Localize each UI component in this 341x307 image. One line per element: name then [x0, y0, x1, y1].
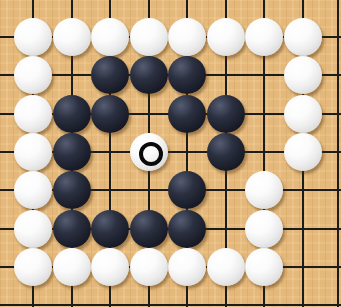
black-stone: [130, 56, 168, 94]
black-stone: [130, 210, 168, 248]
white-stone: [14, 210, 52, 248]
black-stone: [53, 95, 91, 133]
white-stone: [168, 18, 206, 56]
black-stone: [207, 95, 245, 133]
white-stone: [207, 18, 245, 56]
black-stone: [168, 56, 206, 94]
white-stone: [14, 248, 52, 286]
white-stone: [14, 171, 52, 209]
black-stone: [91, 95, 129, 133]
grid-line-vertical-9: [337, 0, 339, 307]
white-stone: [14, 18, 52, 56]
white-stone: [14, 56, 52, 94]
black-stone: [53, 210, 91, 248]
white-stone: [245, 18, 283, 56]
white-stone: [207, 248, 245, 286]
white-stone: [284, 18, 322, 56]
black-stone: [168, 95, 206, 133]
grid-line-horizontal-8: [0, 304, 341, 306]
black-stone: [168, 171, 206, 209]
white-stone: [284, 95, 322, 133]
white-stone: [53, 18, 91, 56]
black-stone: [91, 210, 129, 248]
go-board[interactable]: [0, 0, 341, 307]
white-stone: [91, 248, 129, 286]
white-stone: [284, 56, 322, 94]
white-stone: [14, 95, 52, 133]
white-stone: [245, 248, 283, 286]
white-stone: [91, 18, 129, 56]
white-stone-marked: [130, 133, 168, 171]
white-stone: [168, 248, 206, 286]
white-stone: [245, 210, 283, 248]
white-stone: [284, 133, 322, 171]
black-stone: [168, 210, 206, 248]
white-stone: [53, 248, 91, 286]
white-stone: [245, 171, 283, 209]
black-stone: [53, 171, 91, 209]
white-stone: [130, 18, 168, 56]
black-stone: [53, 133, 91, 171]
circle-marker: [139, 142, 163, 166]
screenshot: [0, 0, 341, 307]
white-stone: [14, 133, 52, 171]
black-stone: [91, 56, 129, 94]
white-stone: [130, 248, 168, 286]
black-stone: [207, 133, 245, 171]
